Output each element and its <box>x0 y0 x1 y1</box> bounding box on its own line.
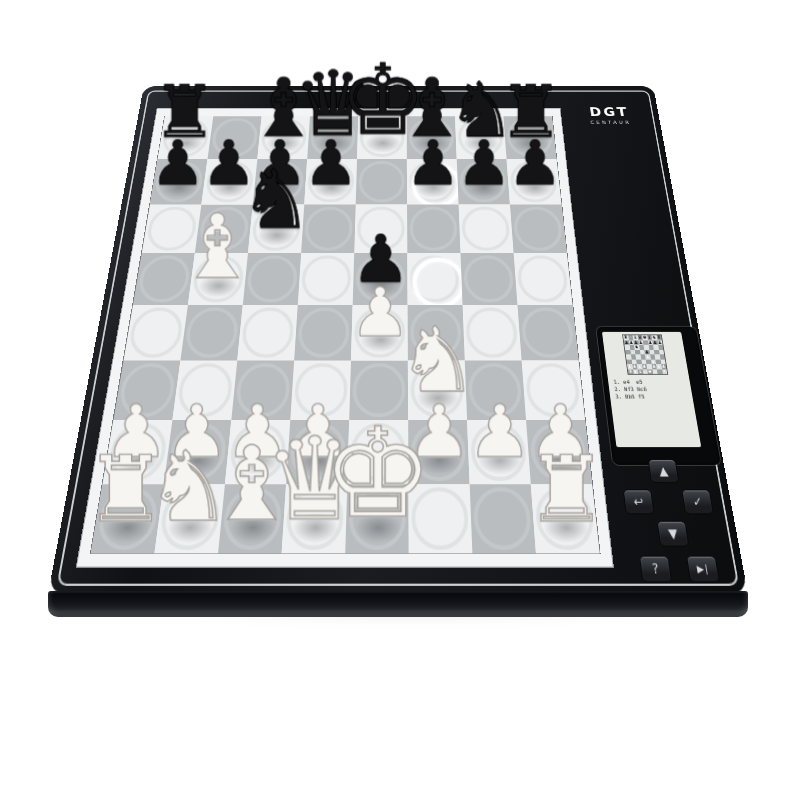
lcd-move-line: 1. e4 e5 <box>613 378 687 385</box>
square-e1[interactable]: ♚ <box>345 484 409 553</box>
square-f6[interactable] <box>407 205 460 254</box>
model-text: CENTAUR <box>561 120 660 125</box>
confirm-button[interactable]: ✓ <box>681 489 714 514</box>
power-button[interactable]: ▶| <box>686 556 720 583</box>
piece-white-king[interactable]: ♚ <box>322 412 433 536</box>
square-e7[interactable] <box>356 159 407 205</box>
square-h6[interactable] <box>510 205 567 254</box>
piece-white-rook: ♜ <box>662 369 668 374</box>
square-a4[interactable] <box>124 305 188 361</box>
square-c4[interactable] <box>237 305 297 361</box>
up-button[interactable]: ▲ <box>648 459 680 483</box>
square-b5[interactable]: ♝ <box>188 253 248 305</box>
board-frame: ♜♝♛♚♝♞♜♟♟♟♟♟♟♟♞♝♟♟♞♟♟♟♟♟♟♟♜♞♝♛♚♜ DGT CEN… <box>48 86 748 594</box>
control-buttons: ▲ ↩ ✓ ▼ ? ▶| <box>617 459 728 585</box>
square-g6[interactable] <box>459 205 514 254</box>
piece-black-pawn[interactable]: ♟ <box>405 132 460 193</box>
square-h5[interactable] <box>514 253 573 305</box>
piece-white-bishop[interactable]: ♝ <box>177 203 257 292</box>
square-f5[interactable] <box>407 253 462 305</box>
help-button[interactable]: ? <box>639 556 672 583</box>
lcd-move-line: 3. Bb5 f5 <box>615 393 689 400</box>
down-button[interactable]: ▼ <box>657 521 690 547</box>
brand-text: DGT <box>559 105 659 119</box>
board-grid: ♜♝♛♚♝♞♜♟♟♟♟♟♟♟♞♝♟♟♞♟♟♟♟♟♟♟♜♞♝♛♚♜ <box>91 116 600 553</box>
piece-black-pawn[interactable]: ♟ <box>150 132 205 193</box>
piece-black-pawn[interactable]: ♟ <box>507 132 562 193</box>
lcd-display: ♜♝♛♚♝♞♜♟♟♟♟♟♟♟♞♝♟♟♞♟♟♟♟♟♟♟♜♞♝♛♚♜ 1. e4 e… <box>596 327 721 465</box>
square-h7[interactable]: ♟ <box>507 159 562 205</box>
back-button[interactable]: ↩ <box>623 489 655 514</box>
square-b4[interactable] <box>180 305 242 361</box>
square-h4[interactable] <box>517 305 578 361</box>
square-g2[interactable]: ♟ <box>467 420 531 484</box>
piece-black-pawn[interactable]: ♟ <box>456 132 511 193</box>
piece-white-rook[interactable]: ♜ <box>525 445 607 536</box>
square-g5[interactable] <box>460 253 517 305</box>
lcd-move-line: 2. Nf3 Nc6 <box>614 386 688 393</box>
piece-white-pawn[interactable]: ♟ <box>467 396 532 469</box>
lcd-screen: ♜♝♛♚♝♞♜♟♟♟♟♟♟♟♞♝♟♟♞♟♟♟♟♟♟♟♜♞♝♛♚♜ 1. e4 e… <box>602 332 701 447</box>
lcd-moves: 1. e4 e52. Nf3 Nc63. Bb5 f5 <box>613 378 689 400</box>
square-h1[interactable]: ♜ <box>531 484 600 553</box>
square-g7[interactable]: ♟ <box>457 159 510 205</box>
square-d4[interactable] <box>294 305 353 361</box>
square-d5[interactable] <box>298 253 354 305</box>
product-photo: ♜♝♛♚♝♞♜♟♟♟♟♟♟♟♞♝♟♟♞♟♟♟♟♟♟♟♜♞♝♛♚♜ DGT CEN… <box>0 0 800 800</box>
square-f7[interactable]: ♟ <box>407 159 459 205</box>
scene: ♜♝♛♚♝♞♜♟♟♟♟♟♟♟♞♝♟♟♞♟♟♟♟♟♟♟♜♞♝♛♚♜ DGT CEN… <box>48 0 752 594</box>
led-ring <box>412 258 466 309</box>
board-surface: ♜♝♛♚♝♞♜♟♟♟♟♟♟♟♞♝♟♟♞♟♟♟♟♟♟♟♜♞♝♛♚♜ <box>77 109 613 567</box>
frame-front-face <box>48 591 748 617</box>
lcd-square-h1: ♜ <box>662 369 668 374</box>
dgt-logo: DGT CENTAUR <box>559 105 660 125</box>
lcd-board: ♜♝♛♚♝♞♜♟♟♟♟♟♟♟♞♝♟♟♞♟♟♟♟♟♟♟♜♞♝♛♚♜ <box>623 335 667 374</box>
